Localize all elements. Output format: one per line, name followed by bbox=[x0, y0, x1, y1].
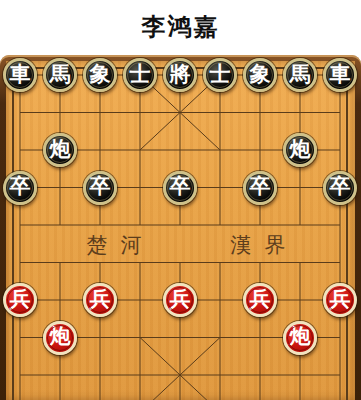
page-title: 李鸿嘉 bbox=[0, 0, 361, 55]
piece-black-soldier[interactable]: 卒 bbox=[83, 171, 117, 205]
piece-black-horse[interactable]: 馬 bbox=[283, 58, 317, 92]
piece-glyph: 卒 bbox=[90, 176, 111, 197]
piece-black-chariot[interactable]: 車 bbox=[323, 58, 357, 92]
piece-glyph: 炮 bbox=[50, 326, 71, 347]
piece-red-soldier[interactable]: 兵 bbox=[323, 283, 357, 317]
piece-red-soldier[interactable]: 兵 bbox=[163, 283, 197, 317]
piece-glyph: 車 bbox=[330, 64, 351, 85]
piece-glyph: 兵 bbox=[10, 289, 31, 310]
piece-red-soldier[interactable]: 兵 bbox=[83, 283, 117, 317]
piece-black-advisor[interactable]: 士 bbox=[203, 58, 237, 92]
piece-black-chariot[interactable]: 車 bbox=[3, 58, 37, 92]
piece-glyph: 炮 bbox=[290, 139, 311, 160]
piece-glyph: 炮 bbox=[50, 139, 71, 160]
piece-glyph: 馬 bbox=[50, 64, 71, 85]
piece-red-cannon[interactable]: 炮 bbox=[283, 321, 317, 355]
piece-glyph: 兵 bbox=[90, 289, 111, 310]
piece-glyph: 士 bbox=[210, 64, 231, 85]
piece-black-elephant[interactable]: 象 bbox=[243, 58, 277, 92]
piece-glyph: 象 bbox=[90, 64, 111, 85]
piece-glyph: 卒 bbox=[250, 176, 271, 197]
piece-glyph: 卒 bbox=[170, 176, 191, 197]
piece-black-elephant[interactable]: 象 bbox=[83, 58, 117, 92]
piece-glyph: 兵 bbox=[330, 289, 351, 310]
piece-black-cannon[interactable]: 炮 bbox=[43, 133, 77, 167]
piece-black-advisor[interactable]: 士 bbox=[123, 58, 157, 92]
piece-black-soldier[interactable]: 卒 bbox=[3, 171, 37, 205]
piece-black-soldier[interactable]: 卒 bbox=[163, 171, 197, 205]
xiangqi-board[interactable]: 楚河 漢界 車馬象士將士象馬車炮炮卒卒卒卒卒兵兵兵兵兵炮炮 bbox=[0, 55, 361, 400]
piece-glyph: 象 bbox=[250, 64, 271, 85]
piece-glyph: 馬 bbox=[290, 64, 311, 85]
piece-red-cannon[interactable]: 炮 bbox=[43, 321, 77, 355]
piece-black-horse[interactable]: 馬 bbox=[43, 58, 77, 92]
river-label-left: 楚河 bbox=[74, 233, 155, 257]
piece-red-soldier[interactable]: 兵 bbox=[3, 283, 37, 317]
piece-glyph: 兵 bbox=[170, 289, 191, 310]
piece-red-soldier[interactable]: 兵 bbox=[243, 283, 277, 317]
piece-glyph: 卒 bbox=[10, 176, 31, 197]
piece-black-soldier[interactable]: 卒 bbox=[323, 171, 357, 205]
piece-black-general[interactable]: 將 bbox=[163, 58, 197, 92]
piece-black-soldier[interactable]: 卒 bbox=[243, 171, 277, 205]
piece-glyph: 士 bbox=[130, 64, 151, 85]
piece-black-cannon[interactable]: 炮 bbox=[283, 133, 317, 167]
piece-glyph: 兵 bbox=[250, 289, 271, 310]
piece-glyph: 車 bbox=[10, 64, 31, 85]
piece-glyph: 卒 bbox=[330, 176, 351, 197]
piece-glyph: 炮 bbox=[290, 326, 311, 347]
river-label-right: 漢界 bbox=[218, 233, 299, 257]
piece-glyph: 將 bbox=[170, 64, 191, 85]
